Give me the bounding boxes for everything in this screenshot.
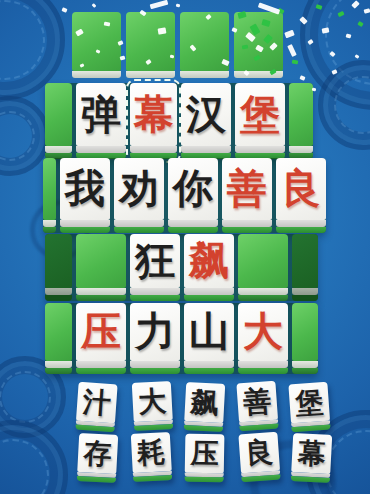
tile-side: [184, 288, 234, 295]
tile-face: 耗: [131, 432, 172, 473]
tile-base: [184, 425, 223, 432]
tile-character: 堡: [240, 95, 280, 135]
tile-character: 堡: [294, 388, 324, 418]
rack-tile[interactable]: 善: [236, 381, 278, 432]
board-row-5: 压 力 山 大: [45, 303, 318, 374]
tile-character: 存: [83, 439, 112, 468]
tile-side: [180, 71, 229, 78]
confetti-shard: [150, 0, 169, 9]
confetti-shard: [299, 75, 305, 80]
tile-character: 幕: [134, 95, 174, 135]
tile-face: 存: [77, 433, 118, 474]
tile-character: 弹: [81, 95, 121, 135]
background-ornament: [0, 420, 68, 494]
tile-side: [238, 361, 288, 368]
tile-character: 大: [138, 387, 167, 416]
tile-face: 大: [132, 381, 173, 422]
tile-face: 力: [130, 303, 180, 361]
tile-face: [234, 12, 283, 71]
tile-base: [130, 295, 180, 301]
tile-side: [130, 361, 180, 368]
tile-face: 压: [76, 303, 126, 361]
tile-face: [43, 158, 56, 220]
tile-base: [45, 368, 72, 374]
tile-character: 飙: [189, 241, 229, 281]
tile-character: 善: [242, 387, 272, 417]
board-tile[interactable]: 飙: [184, 234, 234, 301]
tile-base: [292, 295, 318, 301]
tile-face: 弹: [76, 83, 126, 146]
face-down-tile[interactable]: [180, 12, 229, 78]
tile-character: 飙: [190, 388, 219, 417]
rack-tile[interactable]: 良: [238, 432, 280, 483]
selected-board-tile[interactable]: 幕: [130, 83, 177, 159]
tile-base: [43, 227, 56, 233]
tile-character: 劝: [119, 169, 159, 209]
tile-face: 飙: [184, 234, 234, 288]
tile-side: [235, 146, 285, 153]
tile-base: [184, 295, 234, 301]
board-tile[interactable]: 我: [60, 158, 110, 233]
tile-base: [184, 368, 234, 374]
tile-face: 劝: [114, 158, 164, 220]
board-tile[interactable]: 力: [130, 303, 180, 374]
edge-tile: [45, 303, 72, 374]
face-down-tile[interactable]: [76, 234, 126, 301]
board-tile[interactable]: 堡: [235, 83, 285, 159]
tile-base: [77, 476, 116, 483]
tile-character: 汉: [186, 95, 226, 135]
tile-face: [72, 12, 121, 71]
face-down-tile[interactable]: [126, 12, 175, 78]
edge-tile-dark: [45, 234, 72, 301]
tile-face: 山: [184, 303, 234, 361]
tile-face: [45, 234, 72, 288]
tile-face: 良: [276, 158, 326, 220]
tile-side: [130, 288, 180, 295]
tile-face: 善: [236, 381, 278, 423]
edge-tile: [45, 83, 72, 159]
tile-face: 堡: [288, 382, 330, 424]
edge-tile-dark: [292, 234, 318, 301]
rack-tile[interactable]: 压: [185, 434, 225, 483]
rack-tile[interactable]: 存: [77, 433, 118, 483]
tile-side: [222, 220, 272, 227]
board-tile[interactable]: 弹: [76, 83, 126, 159]
tile-face: 幕: [291, 433, 332, 474]
board-tile[interactable]: 狂: [130, 234, 180, 301]
confetti-shard: [292, 60, 299, 65]
tile-character: 压: [190, 439, 218, 467]
board-tile[interactable]: 山: [184, 303, 234, 374]
rack-tile[interactable]: 堡: [288, 382, 330, 433]
tile-face: 幕: [130, 83, 177, 146]
tile-base: [76, 295, 126, 301]
board-tile[interactable]: 汉: [181, 83, 231, 159]
tile-base: [168, 227, 218, 233]
board-tile[interactable]: 大: [238, 303, 288, 374]
tile-character: 耗: [137, 438, 166, 467]
confetti-shard: [312, 88, 317, 92]
tile-face: [45, 83, 72, 146]
tile-base: [133, 475, 172, 482]
tile-face: [238, 234, 288, 288]
confetti-shard: [170, 55, 174, 59]
tile-base: [130, 368, 180, 374]
board-tile[interactable]: 你: [168, 158, 218, 233]
board-row-4: 狂 飙: [45, 234, 318, 301]
tile-side: [76, 288, 126, 295]
tile-character: 压: [81, 312, 121, 352]
tile-base: [76, 368, 126, 374]
tile-base: [134, 424, 173, 431]
tile-character: 山: [189, 312, 229, 352]
tile-side: [276, 220, 326, 227]
board-tile[interactable]: 善: [222, 158, 272, 233]
tile-character: 良: [281, 169, 321, 209]
tile-face: 汉: [181, 83, 231, 146]
tile-side: [45, 288, 72, 295]
rack-tile[interactable]: 汁: [75, 382, 117, 433]
edge-tile: [289, 83, 313, 159]
confetti-shard: [287, 44, 297, 57]
tile-face: 你: [168, 158, 218, 220]
tile-character: 善: [227, 169, 267, 209]
tile-face: 堡: [235, 83, 285, 146]
tile-side: [45, 146, 72, 153]
tile-side: [72, 71, 121, 78]
confetti-shard: [104, 22, 111, 27]
confetti-shard: [284, 30, 295, 39]
confetti-shard: [61, 7, 67, 12]
tile-face: [76, 234, 126, 288]
game-screen: 弹 幕 汉 堡 我 劝 你 善 良 狂 飙 压 力 山 大 汁 大 飙 善 堡 …: [0, 0, 370, 494]
tile-face: [289, 83, 313, 146]
tile-base: [292, 368, 318, 374]
tile-side: [43, 220, 56, 227]
tile-face: 善: [222, 158, 272, 220]
tile-side: [292, 361, 318, 368]
tile-face: 飙: [184, 382, 225, 423]
board-row-3: 我 劝 你 善 良: [43, 158, 326, 233]
tile-side: [45, 361, 72, 368]
tile-side: [181, 146, 231, 153]
board-tile[interactable]: 良: [276, 158, 326, 233]
tile-base: [45, 295, 72, 301]
tile-face: 我: [60, 158, 110, 220]
tile-character: 幕: [297, 439, 326, 468]
tile-character: 力: [135, 312, 175, 352]
tile-side: [126, 71, 175, 78]
tile-face: 压: [185, 434, 225, 474]
tile-base: [114, 227, 164, 233]
tile-side: [184, 361, 234, 368]
tile-side: [76, 361, 126, 368]
tile-base: [60, 227, 110, 233]
board-tile[interactable]: 压: [76, 303, 126, 374]
tile-base: [222, 227, 272, 233]
tile-face: [45, 303, 72, 361]
rack-tile[interactable]: 大: [132, 381, 173, 431]
board-row-2: 弹 幕 汉 堡: [45, 83, 313, 159]
tile-base: [238, 368, 288, 374]
tile-face: [292, 234, 318, 288]
tile-face: [292, 303, 318, 361]
edge-tile: [43, 158, 56, 233]
tile-side: [76, 146, 126, 153]
tile-face: 大: [238, 303, 288, 361]
tile-side: [289, 146, 313, 153]
tile-base: [276, 227, 326, 233]
tile-side: [238, 288, 288, 295]
tile-base: [238, 295, 288, 301]
tile-character: 汁: [82, 388, 112, 418]
rack-tile[interactable]: 幕: [291, 433, 332, 483]
rack-tile[interactable]: 飙: [184, 382, 225, 432]
face-down-tile[interactable]: [72, 12, 121, 78]
tile-side: [292, 288, 318, 295]
tile-face: 汁: [76, 382, 118, 424]
tile-side: [60, 220, 110, 227]
tile-base: [185, 477, 224, 483]
rack-tile[interactable]: 耗: [131, 432, 172, 482]
tile-character: 狂: [135, 241, 175, 281]
tile-face: 狂: [130, 234, 180, 288]
tile-side: [130, 146, 177, 153]
board-tile[interactable]: 劝: [114, 158, 164, 233]
face-down-tile[interactable]: [238, 234, 288, 301]
tile-character: 大: [243, 312, 283, 352]
edge-tile: [292, 303, 318, 374]
tile-character: 良: [244, 438, 274, 468]
confetti-shard: [92, 3, 97, 8]
tile-face: 良: [238, 432, 280, 474]
tile-character: 你: [173, 169, 213, 209]
tile-side: [114, 220, 164, 227]
tile-side: [168, 220, 218, 227]
confetti-shard: [176, 4, 181, 8]
tile-character: 我: [65, 169, 105, 209]
